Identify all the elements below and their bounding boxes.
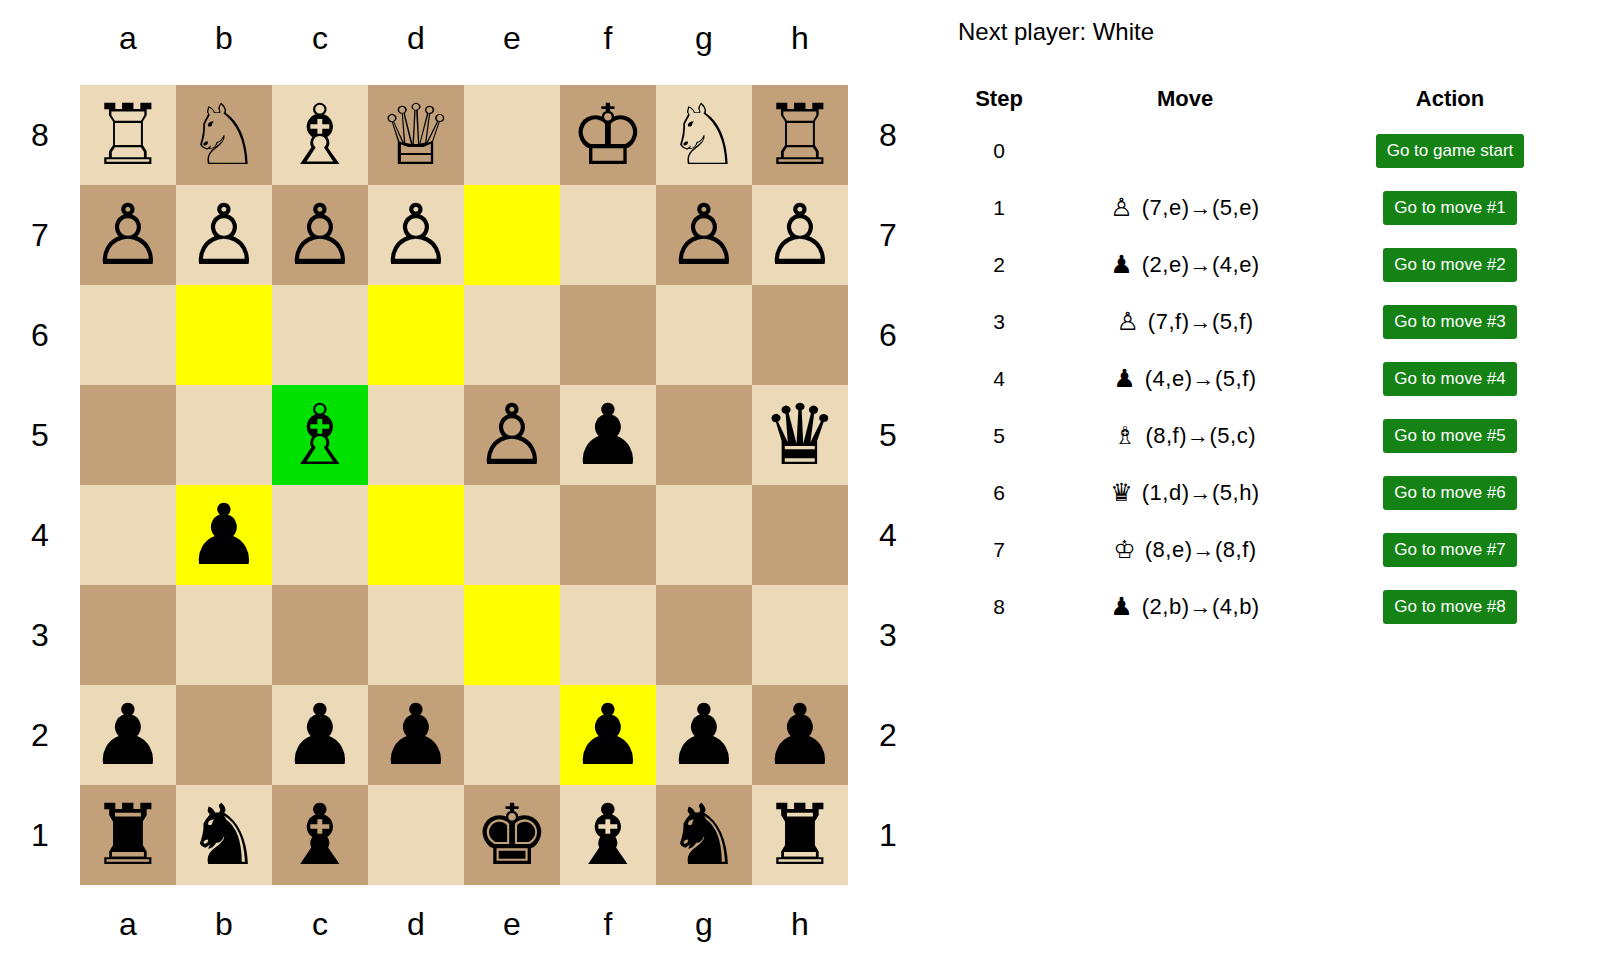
square-a3[interactable] <box>80 585 176 685</box>
action-cell: Go to game start <box>1330 122 1570 179</box>
file-label-bottom-d: d <box>368 885 464 977</box>
move-column-header: Move <box>1040 76 1330 122</box>
move-text: (7,e)→(5,e) <box>1142 195 1260 221</box>
step-value: 2 <box>958 236 1040 293</box>
square-f4[interactable] <box>560 485 656 585</box>
square-e5[interactable]: ♙ <box>464 385 560 485</box>
square-e2[interactable] <box>464 685 560 785</box>
move-cell: ♛(1,d)→(5,h) <box>1040 464 1330 521</box>
action-cell: Go to move #4 <box>1330 350 1570 407</box>
rank-label-left-8: 8 <box>0 85 80 185</box>
square-d2[interactable]: ♟ <box>368 685 464 785</box>
rank-label-left-6: 6 <box>0 285 80 385</box>
square-b5[interactable] <box>176 385 272 485</box>
go-to-move-5-button[interactable]: Go to move #5 <box>1383 419 1517 453</box>
square-c7[interactable]: ♙ <box>272 185 368 285</box>
square-b3[interactable] <box>176 585 272 685</box>
square-g3[interactable] <box>656 585 752 685</box>
white-bishop: ♗ <box>282 85 357 185</box>
square-d5[interactable] <box>368 385 464 485</box>
white-rook: ♖ <box>90 85 165 185</box>
black-rook: ♜ <box>762 785 837 885</box>
board-corner <box>848 885 928 977</box>
move-text: (4,e)→(5,f) <box>1145 366 1257 392</box>
go-to-move-4-button[interactable]: Go to move #4 <box>1383 362 1517 396</box>
rank-label-left-1: 1 <box>0 785 80 885</box>
square-b4[interactable]: ♟ <box>176 485 272 585</box>
square-b7[interactable]: ♙ <box>176 185 272 285</box>
black-queen: ♛ <box>762 385 837 485</box>
rank-label-right-5: 5 <box>848 385 928 485</box>
square-d6[interactable] <box>368 285 464 385</box>
go-to-move-6-button[interactable]: Go to move #6 <box>1383 476 1517 510</box>
rank-label-left-5: 5 <box>0 385 80 485</box>
file-label-top-b: b <box>176 0 272 85</box>
move-cell <box>1040 122 1330 179</box>
square-b1[interactable]: ♞ <box>176 785 272 885</box>
square-a2[interactable]: ♟ <box>80 685 176 785</box>
white-pawn: ♙ <box>474 385 549 485</box>
black-knight: ♞ <box>666 785 741 885</box>
action-cell: Go to move #1 <box>1330 179 1570 236</box>
file-label-top-d: d <box>368 0 464 85</box>
white-pawn: ♙ <box>186 185 261 285</box>
black-pawn: ♟ <box>570 385 645 485</box>
square-g5[interactable] <box>656 385 752 485</box>
move-cell: ♟(2,e)→(4,e) <box>1040 236 1330 293</box>
square-g7[interactable]: ♙ <box>656 185 752 285</box>
file-label-bottom-c: c <box>272 885 368 977</box>
square-c5[interactable]: ♗ <box>272 385 368 485</box>
square-g8[interactable]: ♘ <box>656 85 752 185</box>
move-text: (8,f)→(5,c) <box>1145 423 1256 449</box>
file-label-bottom-a: a <box>80 885 176 977</box>
rank-label-right-4: 4 <box>848 485 928 585</box>
go-to-move-7-button[interactable]: Go to move #7 <box>1383 533 1517 567</box>
square-e3[interactable] <box>464 585 560 685</box>
chess-board: abcdefgh8♖♘♗♕♔♘♖87♙♙♙♙♙♙7665♗♙♟♛54♟4332♟… <box>0 0 928 977</box>
black-bishop: ♝ <box>570 785 645 885</box>
rank-label-left-2: 2 <box>0 685 80 785</box>
step-value: 5 <box>958 407 1040 464</box>
square-a8[interactable]: ♖ <box>80 85 176 185</box>
file-label-top-c: c <box>272 0 368 85</box>
white-knight: ♘ <box>666 85 741 185</box>
black-rook: ♜ <box>90 785 165 885</box>
step-value: 3 <box>958 293 1040 350</box>
square-g2[interactable]: ♟ <box>656 685 752 785</box>
go-to-move-1-button[interactable]: Go to move #1 <box>1383 191 1517 225</box>
square-g1[interactable]: ♞ <box>656 785 752 885</box>
action-cell: Go to move #3 <box>1330 293 1570 350</box>
square-c4[interactable] <box>272 485 368 585</box>
white-pawn: ♙ <box>666 185 741 285</box>
square-d4[interactable] <box>368 485 464 585</box>
square-c6[interactable] <box>272 285 368 385</box>
move-table: Step Move Action 0Go to game start1♙(7,e… <box>958 76 1578 635</box>
square-h6[interactable] <box>752 285 848 385</box>
rank-label-right-8: 8 <box>848 85 928 185</box>
white-pawn-icon: ♙ <box>1116 309 1138 334</box>
white-queen: ♕ <box>378 85 453 185</box>
board-corner <box>0 885 80 977</box>
square-c3[interactable] <box>272 585 368 685</box>
move-cell: ♙(7,f)→(5,f) <box>1040 293 1330 350</box>
square-c8[interactable]: ♗ <box>272 85 368 185</box>
file-label-top-h: h <box>752 0 848 85</box>
black-queen-icon: ♛ <box>1110 480 1132 505</box>
square-f2[interactable]: ♟ <box>560 685 656 785</box>
square-f7[interactable] <box>560 185 656 285</box>
file-label-top-a: a <box>80 0 176 85</box>
move-cell: ♔(8,e)→(8,f) <box>1040 521 1330 578</box>
square-d7[interactable]: ♙ <box>368 185 464 285</box>
square-h7[interactable]: ♙ <box>752 185 848 285</box>
black-king: ♚ <box>474 785 549 885</box>
action-column-header: Action <box>1330 76 1570 122</box>
rank-label-right-2: 2 <box>848 685 928 785</box>
move-cell: ♗(8,f)→(5,c) <box>1040 407 1330 464</box>
square-c2[interactable]: ♟ <box>272 685 368 785</box>
move-cell: ♟(2,b)→(4,b) <box>1040 578 1330 635</box>
square-g4[interactable] <box>656 485 752 585</box>
rank-label-right-3: 3 <box>848 585 928 685</box>
square-h1[interactable]: ♜ <box>752 785 848 885</box>
step-column-header: Step <box>958 76 1040 122</box>
square-h3[interactable] <box>752 585 848 685</box>
square-f1[interactable]: ♝ <box>560 785 656 885</box>
step-value: 0 <box>958 122 1040 179</box>
rank-label-left-7: 7 <box>0 185 80 285</box>
square-a4[interactable] <box>80 485 176 585</box>
board-corner <box>848 0 928 85</box>
white-knight: ♘ <box>186 85 261 185</box>
square-f3[interactable] <box>560 585 656 685</box>
black-pawn: ♟ <box>378 685 453 785</box>
go-to-game-start-button[interactable]: Go to game start <box>1376 134 1525 168</box>
step-value: 1 <box>958 179 1040 236</box>
square-g6[interactable] <box>656 285 752 385</box>
file-label-bottom-b: b <box>176 885 272 977</box>
action-cell: Go to move #7 <box>1330 521 1570 578</box>
black-pawn: ♟ <box>186 485 261 585</box>
move-cell: ♙(7,e)→(5,e) <box>1040 179 1330 236</box>
move-text: (2,e)→(4,e) <box>1142 252 1260 278</box>
square-e8[interactable] <box>464 85 560 185</box>
black-pawn-icon: ♟ <box>1110 252 1132 277</box>
square-e7[interactable] <box>464 185 560 285</box>
rank-label-left-4: 4 <box>0 485 80 585</box>
black-pawn: ♟ <box>90 685 165 785</box>
square-h8[interactable]: ♖ <box>752 85 848 185</box>
square-d3[interactable] <box>368 585 464 685</box>
file-label-bottom-h: h <box>752 885 848 977</box>
next-player-status: Next player: White <box>958 18 1578 46</box>
file-label-top-e: e <box>464 0 560 85</box>
black-pawn: ♟ <box>666 685 741 785</box>
file-label-bottom-g: g <box>656 885 752 977</box>
white-pawn: ♙ <box>90 185 165 285</box>
black-pawn-icon: ♟ <box>1110 594 1132 619</box>
square-a1[interactable]: ♜ <box>80 785 176 885</box>
white-pawn: ♙ <box>282 185 357 285</box>
file-label-bottom-e: e <box>464 885 560 977</box>
square-c1[interactable]: ♝ <box>272 785 368 885</box>
white-king-icon: ♔ <box>1113 537 1135 562</box>
white-bishop-icon: ♗ <box>1114 423 1136 448</box>
action-cell: Go to move #8 <box>1330 578 1570 635</box>
square-e6[interactable] <box>464 285 560 385</box>
square-h2[interactable]: ♟ <box>752 685 848 785</box>
square-d1[interactable] <box>368 785 464 885</box>
rank-label-right-7: 7 <box>848 185 928 285</box>
white-bishop: ♗ <box>282 385 357 485</box>
go-to-move-8-button[interactable]: Go to move #8 <box>1383 590 1517 624</box>
white-pawn-icon: ♙ <box>1110 195 1132 220</box>
square-e4[interactable] <box>464 485 560 585</box>
black-pawn-icon: ♟ <box>1113 366 1135 391</box>
white-pawn: ♙ <box>762 185 837 285</box>
square-f5[interactable]: ♟ <box>560 385 656 485</box>
white-pawn: ♙ <box>378 185 453 285</box>
action-cell: Go to move #2 <box>1330 236 1570 293</box>
step-value: 7 <box>958 521 1040 578</box>
move-text: (1,d)→(5,h) <box>1142 480 1260 506</box>
square-b2[interactable] <box>176 685 272 785</box>
black-pawn: ♟ <box>762 685 837 785</box>
action-cell: Go to move #5 <box>1330 407 1570 464</box>
square-h4[interactable] <box>752 485 848 585</box>
black-pawn: ♟ <box>570 685 645 785</box>
rank-label-right-6: 6 <box>848 285 928 385</box>
square-a7[interactable]: ♙ <box>80 185 176 285</box>
square-a6[interactable] <box>80 285 176 385</box>
square-f6[interactable] <box>560 285 656 385</box>
step-value: 4 <box>958 350 1040 407</box>
step-value: 6 <box>958 464 1040 521</box>
file-label-top-f: f <box>560 0 656 85</box>
black-bishop: ♝ <box>282 785 357 885</box>
move-text: (2,b)→(4,b) <box>1142 594 1260 620</box>
black-knight: ♞ <box>186 785 261 885</box>
black-pawn: ♟ <box>282 685 357 785</box>
square-e1[interactable]: ♚ <box>464 785 560 885</box>
action-cell: Go to move #6 <box>1330 464 1570 521</box>
step-value: 8 <box>958 578 1040 635</box>
rank-label-left-3: 3 <box>0 585 80 685</box>
move-text: (8,e)→(8,f) <box>1145 537 1257 563</box>
square-b6[interactable] <box>176 285 272 385</box>
white-king: ♔ <box>570 85 645 185</box>
square-b8[interactable]: ♘ <box>176 85 272 185</box>
move-cell: ♟(4,e)→(5,f) <box>1040 350 1330 407</box>
go-to-move-3-button[interactable]: Go to move #3 <box>1383 305 1517 339</box>
rank-label-right-1: 1 <box>848 785 928 885</box>
move-text: (7,f)→(5,f) <box>1148 309 1254 335</box>
board-corner <box>0 0 80 85</box>
square-a5[interactable] <box>80 385 176 485</box>
square-f8[interactable]: ♔ <box>560 85 656 185</box>
square-d8[interactable]: ♕ <box>368 85 464 185</box>
square-h5[interactable]: ♛ <box>752 385 848 485</box>
white-rook: ♖ <box>762 85 837 185</box>
file-label-top-g: g <box>656 0 752 85</box>
file-label-bottom-f: f <box>560 885 656 977</box>
go-to-move-2-button[interactable]: Go to move #2 <box>1383 248 1517 282</box>
move-history-panel: Next player: White Step Move Action 0Go … <box>958 18 1578 635</box>
